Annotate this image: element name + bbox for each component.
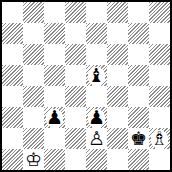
square-a7[interactable]	[2, 23, 23, 44]
piece-black-pawn: ♟	[86, 107, 107, 128]
square-c4[interactable]	[44, 86, 65, 107]
square-g2[interactable]: ♚	[128, 128, 149, 149]
square-b8[interactable]	[23, 2, 44, 23]
square-e5[interactable]: ♝	[86, 65, 107, 86]
square-g1[interactable]	[128, 149, 149, 170]
square-d1[interactable]	[65, 149, 86, 170]
square-e3[interactable]: ♟	[86, 107, 107, 128]
square-c6[interactable]	[44, 44, 65, 65]
piece-black-king: ♚	[128, 128, 149, 149]
square-c2[interactable]	[44, 128, 65, 149]
piece-white-pawn: ♙	[86, 128, 107, 149]
square-f3[interactable]	[107, 107, 128, 128]
piece-black-bishop: ♝	[86, 65, 107, 86]
square-c7[interactable]	[44, 23, 65, 44]
square-b4[interactable]	[23, 86, 44, 107]
square-a4[interactable]	[2, 86, 23, 107]
square-d8[interactable]	[65, 2, 86, 23]
square-g4[interactable]	[128, 86, 149, 107]
square-a1[interactable]	[2, 149, 23, 170]
square-f1[interactable]	[107, 149, 128, 170]
square-d7[interactable]	[65, 23, 86, 44]
square-c1[interactable]	[44, 149, 65, 170]
square-c8[interactable]	[44, 2, 65, 23]
square-a2[interactable]	[2, 128, 23, 149]
square-d2[interactable]	[65, 128, 86, 149]
square-b1[interactable]: ♔	[23, 149, 44, 170]
square-b2[interactable]	[23, 128, 44, 149]
square-g7[interactable]	[128, 23, 149, 44]
square-c3[interactable]: ♟	[44, 107, 65, 128]
square-h4[interactable]	[149, 86, 170, 107]
square-h1[interactable]	[149, 149, 170, 170]
square-a3[interactable]	[2, 107, 23, 128]
square-h2[interactable]: ♗	[149, 128, 170, 149]
square-f2[interactable]	[107, 128, 128, 149]
square-f6[interactable]	[107, 44, 128, 65]
square-h5[interactable]	[149, 65, 170, 86]
square-b5[interactable]	[23, 65, 44, 86]
square-a8[interactable]	[2, 2, 23, 23]
square-c5[interactable]	[44, 65, 65, 86]
square-d5[interactable]	[65, 65, 86, 86]
square-g5[interactable]	[128, 65, 149, 86]
square-f5[interactable]	[107, 65, 128, 86]
square-h6[interactable]	[149, 44, 170, 65]
square-d6[interactable]	[65, 44, 86, 65]
square-g3[interactable]	[128, 107, 149, 128]
square-f7[interactable]	[107, 23, 128, 44]
chess-board: ♝♟♟♙♚♗♔	[0, 0, 172, 172]
square-e4[interactable]	[86, 86, 107, 107]
square-a5[interactable]	[2, 65, 23, 86]
square-e1[interactable]	[86, 149, 107, 170]
square-h8[interactable]	[149, 2, 170, 23]
square-b3[interactable]	[23, 107, 44, 128]
square-e2[interactable]: ♙	[86, 128, 107, 149]
piece-white-bishop: ♗	[149, 128, 170, 149]
square-g6[interactable]	[128, 44, 149, 65]
square-d4[interactable]	[65, 86, 86, 107]
square-b7[interactable]	[23, 23, 44, 44]
square-g8[interactable]	[128, 2, 149, 23]
square-f8[interactable]	[107, 2, 128, 23]
piece-white-king: ♔	[23, 149, 44, 170]
square-e8[interactable]	[86, 2, 107, 23]
square-a6[interactable]	[2, 44, 23, 65]
square-h3[interactable]	[149, 107, 170, 128]
square-e6[interactable]	[86, 44, 107, 65]
piece-black-pawn: ♟	[44, 107, 65, 128]
square-d3[interactable]	[65, 107, 86, 128]
square-b6[interactable]	[23, 44, 44, 65]
square-f4[interactable]	[107, 86, 128, 107]
square-e7[interactable]	[86, 23, 107, 44]
square-h7[interactable]	[149, 23, 170, 44]
